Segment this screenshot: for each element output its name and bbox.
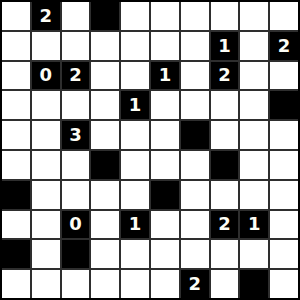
cell-r5c2[interactable] [62, 151, 90, 179]
cell-r1c7[interactable]: 1 [211, 32, 239, 60]
clue-number: 1 [218, 37, 231, 55]
cell-r8c7[interactable] [211, 240, 239, 268]
cell-r7c0[interactable] [2, 211, 30, 239]
clue-number: 2 [39, 7, 52, 25]
cell-r4c6[interactable] [181, 121, 209, 149]
cell-r1c0[interactable] [2, 32, 30, 60]
cell-r7c5[interactable] [151, 211, 179, 239]
clue-number: 1 [129, 96, 142, 114]
cell-r9c8[interactable] [240, 270, 268, 298]
cell-r4c3[interactable] [91, 121, 119, 149]
cell-r7c4[interactable]: 1 [121, 211, 149, 239]
cell-r4c0[interactable] [2, 121, 30, 149]
cell-r4c5[interactable] [151, 121, 179, 149]
clue-number: 1 [129, 215, 142, 233]
cell-r3c8[interactable] [240, 91, 268, 119]
cell-r8c5[interactable] [151, 240, 179, 268]
clue-number: 1 [159, 66, 172, 84]
cell-r6c3[interactable] [91, 181, 119, 209]
cell-r8c6[interactable] [181, 240, 209, 268]
cell-r6c0[interactable] [2, 181, 30, 209]
clue-number: 2 [218, 66, 231, 84]
cell-r0c6[interactable] [181, 2, 209, 30]
cell-r7c7[interactable]: 2 [211, 211, 239, 239]
cell-r1c4[interactable] [121, 32, 149, 60]
cell-r6c1[interactable] [32, 181, 60, 209]
puzzle-board: 21202121301212 [0, 0, 300, 300]
cell-r0c2[interactable] [62, 2, 90, 30]
cell-r8c3[interactable] [91, 240, 119, 268]
cell-r3c7[interactable] [211, 91, 239, 119]
cell-r3c4[interactable]: 1 [121, 91, 149, 119]
cell-r4c8[interactable] [240, 121, 268, 149]
cell-r9c1[interactable] [32, 270, 60, 298]
cell-r4c9[interactable] [270, 121, 298, 149]
cell-r9c3[interactable] [91, 270, 119, 298]
cell-r9c5[interactable] [151, 270, 179, 298]
cell-r7c2[interactable]: 0 [62, 211, 90, 239]
cell-r2c7[interactable]: 2 [211, 62, 239, 90]
cell-r4c2[interactable]: 3 [62, 121, 90, 149]
cell-r8c1[interactable] [32, 240, 60, 268]
cell-r2c9[interactable] [270, 62, 298, 90]
cell-r8c9[interactable] [270, 240, 298, 268]
cell-r0c7[interactable] [211, 2, 239, 30]
cell-r7c8[interactable]: 1 [240, 211, 268, 239]
clue-number: 0 [69, 215, 82, 233]
clue-number: 0 [39, 66, 52, 84]
cell-r1c5[interactable] [151, 32, 179, 60]
cell-r2c3[interactable] [91, 62, 119, 90]
cell-r5c4[interactable] [121, 151, 149, 179]
cell-r6c7[interactable] [211, 181, 239, 209]
cell-r6c6[interactable] [181, 181, 209, 209]
cell-r5c6[interactable] [181, 151, 209, 179]
cell-r0c9[interactable] [270, 2, 298, 30]
cell-r6c4[interactable] [121, 181, 149, 209]
cell-r5c5[interactable] [151, 151, 179, 179]
cell-r5c9[interactable] [270, 151, 298, 179]
cell-r7c6[interactable] [181, 211, 209, 239]
clue-number: 3 [69, 126, 82, 144]
cell-r1c1[interactable] [32, 32, 60, 60]
cell-r3c1[interactable] [32, 91, 60, 119]
cell-r6c9[interactable] [270, 181, 298, 209]
cell-r3c0[interactable] [2, 91, 30, 119]
cell-r6c2[interactable] [62, 181, 90, 209]
cell-r9c4[interactable] [121, 270, 149, 298]
cell-r9c9[interactable] [270, 270, 298, 298]
cell-r3c6[interactable] [181, 91, 209, 119]
cell-r3c9[interactable] [270, 91, 298, 119]
cell-r2c8[interactable] [240, 62, 268, 90]
cell-r5c0[interactable] [2, 151, 30, 179]
cell-r4c7[interactable] [211, 121, 239, 149]
cell-r3c2[interactable] [62, 91, 90, 119]
cell-r4c4[interactable] [121, 121, 149, 149]
cell-r2c0[interactable] [2, 62, 30, 90]
cell-r2c1[interactable]: 0 [32, 62, 60, 90]
cell-r0c8[interactable] [240, 2, 268, 30]
clue-number: 2 [188, 275, 201, 293]
cell-r7c9[interactable] [270, 211, 298, 239]
cell-r0c1[interactable]: 2 [32, 2, 60, 30]
cell-r2c6[interactable] [181, 62, 209, 90]
cell-r3c3[interactable] [91, 91, 119, 119]
cell-r9c2[interactable] [62, 270, 90, 298]
cell-r8c4[interactable] [121, 240, 149, 268]
clue-number: 2 [278, 37, 291, 55]
cell-r5c3[interactable] [91, 151, 119, 179]
cell-r9c6[interactable]: 2 [181, 270, 209, 298]
cell-r0c0[interactable] [2, 2, 30, 30]
clue-number: 2 [69, 66, 82, 84]
clue-number: 1 [248, 215, 261, 233]
cell-r1c6[interactable] [181, 32, 209, 60]
cell-r3c5[interactable] [151, 91, 179, 119]
cell-r5c8[interactable] [240, 151, 268, 179]
cell-r4c1[interactable] [32, 121, 60, 149]
cell-r2c2[interactable]: 2 [62, 62, 90, 90]
cell-r2c4[interactable] [121, 62, 149, 90]
cell-r0c4[interactable] [121, 2, 149, 30]
cell-r1c3[interactable] [91, 32, 119, 60]
cell-r2c5[interactable]: 1 [151, 62, 179, 90]
cell-r6c5[interactable] [151, 181, 179, 209]
cell-r1c9[interactable]: 2 [270, 32, 298, 60]
cell-r1c2[interactable] [62, 32, 90, 60]
cell-r0c3[interactable] [91, 2, 119, 30]
cell-r8c8[interactable] [240, 240, 268, 268]
cell-r9c7[interactable] [211, 270, 239, 298]
cell-r8c0[interactable] [2, 240, 30, 268]
cell-r5c7[interactable] [211, 151, 239, 179]
cell-r7c1[interactable] [32, 211, 60, 239]
cell-r6c8[interactable] [240, 181, 268, 209]
cell-r8c2[interactable] [62, 240, 90, 268]
cell-r9c0[interactable] [2, 270, 30, 298]
cell-r7c3[interactable] [91, 211, 119, 239]
clue-number: 2 [218, 215, 231, 233]
cell-r0c5[interactable] [151, 2, 179, 30]
cell-r5c1[interactable] [32, 151, 60, 179]
cell-r1c8[interactable] [240, 32, 268, 60]
